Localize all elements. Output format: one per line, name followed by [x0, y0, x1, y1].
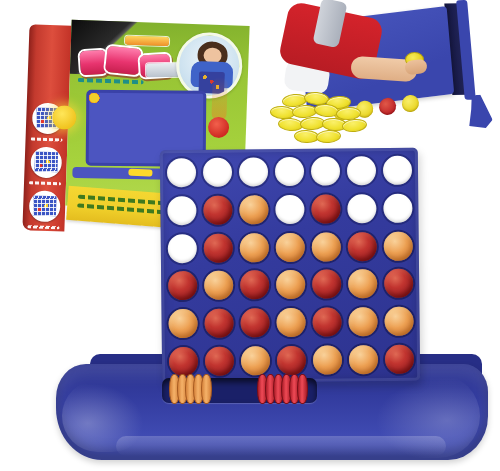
main-grid-cell-r4c7: [380, 265, 416, 303]
box-logo-subtext-graphic: [125, 36, 169, 47]
main-grid-cell-r5c5: [308, 303, 344, 341]
main-grid-cell-r5c2: [200, 304, 236, 342]
hole-red-piece: [168, 271, 197, 300]
main-grid-cell-r2c4: [271, 190, 307, 228]
hole-orange-piece: [348, 269, 377, 298]
main-grid-cell-r3c3: [236, 229, 272, 267]
hole-orange-piece: [239, 195, 268, 224]
orange-disc-stack: [172, 374, 212, 404]
connect-four-board: [160, 148, 420, 384]
main-grid-cell-r4c2: [200, 267, 236, 305]
hole-orange-piece: [311, 232, 340, 261]
hole-red-piece: [312, 307, 341, 336]
hole-empty-piece: [167, 196, 196, 225]
main-grid-cell-r2c3: [235, 191, 271, 229]
main-grid-cell-r3c5: [308, 228, 344, 266]
hole-empty-piece: [202, 158, 231, 187]
hole-orange-piece: [275, 233, 304, 262]
main-grid-cell-r5c1: [164, 305, 200, 343]
box-logo-graphic: [105, 46, 142, 75]
main-grid-cell-r4c5: [308, 265, 344, 303]
hole-empty-piece: [310, 157, 339, 186]
hole-red-piece: [168, 347, 197, 376]
hole-orange-piece: [384, 307, 413, 336]
tray-front-highlight: [116, 436, 446, 456]
main-grid-cell-r3c6: [344, 227, 380, 265]
thumbnail-grid-graphic: [33, 195, 57, 216]
illustration-motion-streak: [211, 77, 228, 121]
hole-red-piece: [203, 196, 232, 225]
hole-orange-piece: [239, 233, 268, 262]
dot-yellow-piece: [89, 93, 99, 103]
board-grid: [163, 152, 417, 381]
tray-disc-slot: [162, 378, 317, 403]
main-grid-cell-r1c2: [199, 154, 235, 192]
pile-disc-13: [315, 129, 341, 144]
hole-orange-piece: [276, 308, 305, 337]
main-grid-cell-r4c3: [236, 266, 272, 304]
main-grid-cell-r2c7: [379, 189, 415, 227]
main-grid-cell-r5c3: [236, 304, 272, 342]
yellow-disc-pile: [262, 92, 372, 147]
tray-red-disc-6: [297, 374, 308, 404]
hole-red-piece: [240, 308, 269, 337]
hole-empty-piece: [238, 158, 267, 187]
main-grid-cell-r3c4: [272, 228, 308, 266]
hole-empty-piece: [382, 156, 411, 185]
hole-orange-piece: [240, 346, 269, 375]
main-grid-cell-r3c2: [200, 229, 236, 267]
box-logo-graphic: [79, 50, 107, 76]
angled-board-foot: [457, 93, 494, 131]
main-grid-cell-r2c1: [163, 192, 199, 230]
hole-empty-piece: [383, 194, 412, 223]
hole-red-piece: [384, 269, 413, 298]
hole-orange-piece: [348, 345, 377, 374]
main-grid-cell-r1c5: [307, 152, 343, 190]
main-grid-cell-r1c3: [235, 153, 271, 191]
thumbnail-grid-graphic: [34, 151, 58, 172]
main-grid-cell-r1c4: [271, 153, 307, 191]
main-grid-cell-r1c6: [343, 152, 379, 190]
hole-orange-piece: [312, 345, 341, 374]
hole-orange-piece: [348, 307, 377, 336]
hole-red-piece: [312, 270, 341, 299]
main-grid-cell-r5c6: [344, 303, 380, 341]
main-grid-cell-r5c7: [380, 302, 416, 340]
main-grid-cell-r1c7: [379, 152, 415, 190]
hole-empty-piece: [167, 234, 196, 263]
hole-orange-piece: [168, 309, 197, 338]
hole-empty-piece: [275, 195, 304, 224]
hole-red-piece: [203, 233, 232, 262]
main-grid-cell-r3c7: [380, 227, 416, 265]
main-grid-cell-r5c4: [272, 303, 308, 341]
mini-grid-cell-r5c7: [89, 93, 99, 103]
hole-red-piece: [384, 344, 413, 373]
hole-empty-piece: [347, 194, 376, 223]
hanging-disc-4: [401, 94, 419, 113]
main-grid-cell-r3c1: [164, 229, 200, 267]
hole-red-piece: [204, 309, 233, 338]
hole-empty-piece: [274, 157, 303, 186]
main-grid-cell-r6c7: [381, 340, 417, 378]
hole-orange-piece: [204, 271, 233, 300]
main-grid-cell-r2c5: [307, 190, 343, 228]
hole-red-piece: [311, 194, 340, 223]
hole-empty-piece: [166, 158, 195, 187]
main-grid-cell-r1c1: [163, 154, 199, 192]
hole-red-piece: [276, 346, 305, 375]
product-photo-stage: [0, 0, 500, 471]
main-grid-cell-r6c5: [309, 341, 345, 379]
tray-orange-disc-5: [201, 374, 212, 404]
main-grid-cell-r4c1: [164, 267, 200, 305]
hole-empty-piece: [346, 156, 375, 185]
hole-orange-piece: [276, 270, 305, 299]
main-grid-cell-r6c6: [345, 340, 381, 378]
hanging-disc-3: [378, 97, 396, 116]
main-grid-cell-r2c2: [199, 191, 235, 229]
red-disc-stack: [260, 374, 308, 404]
main-grid-cell-r4c6: [344, 265, 380, 303]
main-grid-cell-r4c4: [272, 266, 308, 304]
hole-red-piece: [240, 271, 269, 300]
hole-red-piece: [347, 232, 376, 261]
box-illustration-pill: [128, 169, 152, 177]
hole-red-piece: [204, 346, 233, 375]
hole-orange-piece: [383, 231, 412, 260]
main-grid-cell-r2c6: [343, 190, 379, 228]
